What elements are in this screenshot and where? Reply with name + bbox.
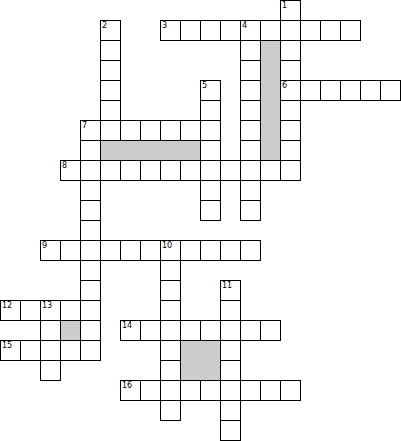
grid-cell-c9-r12[interactable]: [180, 240, 201, 261]
grid-cell-c5-r5[interactable]: [100, 100, 121, 121]
clue-number-13: 13: [42, 302, 52, 310]
grid-cell-c11-r18[interactable]: [220, 360, 241, 381]
grid-cell-c12-r7[interactable]: [240, 140, 261, 161]
crossword-board: 12345678910111213141516: [0, 0, 401, 441]
grid-cell-c9-r6[interactable]: [180, 120, 201, 141]
grid-cell-c15-r4[interactable]: [300, 80, 321, 101]
grid-cell-c1-r17[interactable]: [20, 340, 41, 361]
grid-cell-c14-r19[interactable]: [280, 380, 301, 401]
grid-cell-c10-r10[interactable]: [200, 200, 221, 221]
clue-number-4: 4: [242, 22, 247, 30]
grid-cell-c3-r15[interactable]: [60, 300, 81, 321]
grid-cell-c4-r8[interactable]: [80, 160, 101, 181]
grid-cell-c2-r18[interactable]: [40, 360, 61, 381]
clue-number-16: 16: [122, 382, 132, 390]
grid-cell-c4-r17[interactable]: [80, 340, 101, 361]
grid-cell-c14-r7[interactable]: [280, 140, 301, 161]
shaded-region-c5-r7[interactable]: [100, 140, 201, 161]
grid-cell-c13-r1[interactable]: [260, 20, 281, 41]
grid-cell-c11-r15[interactable]: [220, 300, 241, 321]
grid-cell-c8-r19[interactable]: [160, 380, 181, 401]
grid-cell-c4-r9[interactable]: [80, 180, 101, 201]
clue-number-11: 11: [222, 282, 232, 290]
grid-cell-c1-r15[interactable]: [20, 300, 41, 321]
grid-cell-c12-r12[interactable]: [240, 240, 261, 261]
grid-cell-c19-r4[interactable]: [380, 80, 401, 101]
grid-cell-c18-r4[interactable]: [360, 80, 381, 101]
shaded-region-c13-r2[interactable]: [260, 40, 281, 161]
grid-cell-c5-r8[interactable]: [100, 160, 121, 181]
grid-cell-c16-r1[interactable]: [320, 20, 341, 41]
grid-cell-c11-r16[interactable]: [220, 320, 241, 341]
grid-cell-c5-r3[interactable]: [100, 60, 121, 81]
grid-cell-c10-r8[interactable]: [200, 160, 221, 181]
grid-cell-c14-r6[interactable]: [280, 120, 301, 141]
grid-cell-c7-r16[interactable]: [140, 320, 161, 341]
shaded-region-c3-r16[interactable]: [60, 320, 81, 341]
grid-cell-c14-r5[interactable]: [280, 100, 301, 121]
grid-cell-c10-r19[interactable]: [200, 380, 221, 401]
clue-number-14: 14: [122, 322, 132, 330]
grid-cell-c12-r3[interactable]: [240, 60, 261, 81]
grid-cell-c5-r12[interactable]: [100, 240, 121, 261]
grid-cell-c2-r16[interactable]: [40, 320, 61, 341]
grid-cell-c12-r6[interactable]: [240, 120, 261, 141]
grid-cell-c8-r14[interactable]: [160, 280, 181, 301]
grid-cell-c8-r20[interactable]: [160, 400, 181, 421]
grid-cell-c6-r6[interactable]: [120, 120, 141, 141]
clue-number-6: 6: [282, 82, 287, 90]
grid-cell-c9-r19[interactable]: [180, 380, 201, 401]
grid-cell-c5-r2[interactable]: [100, 40, 121, 61]
clue-number-5: 5: [202, 82, 207, 90]
grid-cell-c8-r15[interactable]: [160, 300, 181, 321]
grid-cell-c13-r19[interactable]: [260, 380, 281, 401]
grid-cell-c12-r10[interactable]: [240, 200, 261, 221]
clue-number-3: 3: [162, 22, 167, 30]
grid-cell-c4-r16[interactable]: [80, 320, 101, 341]
grid-cell-c17-r1[interactable]: [340, 20, 361, 41]
grid-cell-c8-r8[interactable]: [160, 160, 181, 181]
grid-cell-c5-r6[interactable]: [100, 120, 121, 141]
grid-cell-c8-r18[interactable]: [160, 360, 181, 381]
grid-cell-c11-r21[interactable]: [220, 420, 241, 441]
grid-cell-c10-r16[interactable]: [200, 320, 221, 341]
grid-cell-c8-r6[interactable]: [160, 120, 181, 141]
grid-cell-c5-r4[interactable]: [100, 80, 121, 101]
grid-cell-c11-r8[interactable]: [220, 160, 241, 181]
grid-cell-c8-r17[interactable]: [160, 340, 181, 361]
clue-number-2: 2: [102, 22, 107, 30]
grid-cell-c16-r4[interactable]: [320, 80, 341, 101]
grid-cell-c4-r7[interactable]: [80, 140, 101, 161]
grid-cell-c17-r4[interactable]: [340, 80, 361, 101]
clue-number-8: 8: [62, 162, 67, 170]
grid-cell-c7-r12[interactable]: [140, 240, 161, 261]
clue-number-12: 12: [2, 302, 12, 310]
grid-cell-c10-r12[interactable]: [200, 240, 221, 261]
grid-cell-c7-r6[interactable]: [140, 120, 161, 141]
grid-cell-c13-r16[interactable]: [260, 320, 281, 341]
grid-cell-c8-r16[interactable]: [160, 320, 181, 341]
grid-cell-c12-r9[interactable]: [240, 180, 261, 201]
grid-cell-c12-r8[interactable]: [240, 160, 261, 181]
grid-cell-c2-r17[interactable]: [40, 340, 61, 361]
grid-cell-c12-r19[interactable]: [240, 380, 261, 401]
clue-number-10: 10: [162, 242, 172, 250]
shaded-region-c9-r17[interactable]: [180, 340, 221, 381]
grid-cell-c10-r9[interactable]: [200, 180, 221, 201]
grid-cell-c4-r15[interactable]: [80, 300, 101, 321]
grid-cell-c4-r12[interactable]: [80, 240, 101, 261]
grid-cell-c15-r1[interactable]: [300, 20, 321, 41]
grid-cell-c14-r8[interactable]: [280, 160, 301, 181]
grid-cell-c4-r11[interactable]: [80, 220, 101, 241]
grid-cell-c7-r8[interactable]: [140, 160, 161, 181]
grid-cell-c12-r4[interactable]: [240, 80, 261, 101]
grid-cell-c10-r6[interactable]: [200, 120, 221, 141]
grid-cell-c10-r5[interactable]: [200, 100, 221, 121]
grid-cell-c14-r1[interactable]: [280, 20, 301, 41]
grid-cell-c4-r10[interactable]: [80, 200, 101, 221]
grid-cell-c11-r1[interactable]: [220, 20, 241, 41]
grid-cell-c10-r1[interactable]: [200, 20, 221, 41]
grid-cell-c13-r8[interactable]: [260, 160, 281, 181]
grid-cell-c3-r12[interactable]: [60, 240, 81, 261]
grid-cell-c9-r1[interactable]: [180, 20, 201, 41]
grid-cell-c11-r20[interactable]: [220, 400, 241, 421]
clue-number-1: 1: [282, 2, 287, 10]
clue-number-15: 15: [2, 342, 12, 350]
grid-cell-c10-r7[interactable]: [200, 140, 221, 161]
grid-cell-c9-r8[interactable]: [180, 160, 201, 181]
grid-cell-c14-r2[interactable]: [280, 40, 301, 61]
grid-cell-c12-r2[interactable]: [240, 40, 261, 61]
grid-cell-c12-r16[interactable]: [240, 320, 261, 341]
grid-cell-c6-r8[interactable]: [120, 160, 141, 181]
grid-cell-c11-r17[interactable]: [220, 340, 241, 361]
clue-number-9: 9: [42, 242, 47, 250]
clue-number-7: 7: [82, 122, 87, 130]
grid-cell-c9-r16[interactable]: [180, 320, 201, 341]
grid-cell-c6-r12[interactable]: [120, 240, 141, 261]
grid-cell-c11-r12[interactable]: [220, 240, 241, 261]
grid-cell-c14-r3[interactable]: [280, 60, 301, 81]
grid-cell-c4-r13[interactable]: [80, 260, 101, 281]
grid-cell-c8-r13[interactable]: [160, 260, 181, 281]
grid-cell-c7-r19[interactable]: [140, 380, 161, 401]
grid-cell-c11-r19[interactable]: [220, 380, 241, 401]
grid-cell-c12-r5[interactable]: [240, 100, 261, 121]
grid-cell-c4-r14[interactable]: [80, 280, 101, 301]
grid-cell-c3-r17[interactable]: [60, 340, 81, 361]
